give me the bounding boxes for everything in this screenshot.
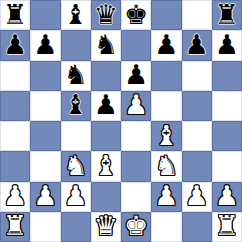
square-h8[interactable]: ♜ — [212, 0, 242, 30]
square-h6[interactable] — [212, 61, 242, 91]
square-d2[interactable] — [91, 182, 121, 212]
square-d8[interactable]: ♛ — [91, 0, 121, 30]
white-bishop: ♝ — [154, 122, 178, 149]
square-g2[interactable]: ♟ — [182, 182, 212, 212]
square-h5[interactable] — [212, 91, 242, 121]
square-a1[interactable]: ♜ — [0, 212, 30, 242]
square-h2[interactable]: ♟ — [212, 182, 242, 212]
square-c4[interactable] — [61, 121, 91, 151]
black-knight: ♞ — [94, 31, 118, 58]
square-a4[interactable] — [0, 121, 30, 151]
white-pawn: ♟ — [215, 182, 239, 209]
square-b5[interactable] — [30, 91, 60, 121]
square-b6[interactable] — [30, 61, 60, 91]
square-b8[interactable] — [30, 0, 60, 30]
square-d7[interactable]: ♞ — [91, 30, 121, 60]
square-b3[interactable] — [30, 151, 60, 181]
square-b2[interactable]: ♟ — [30, 182, 60, 212]
square-h1[interactable]: ♜ — [212, 212, 242, 242]
black-rook: ♜ — [215, 1, 239, 28]
black-pawn: ♟ — [3, 31, 27, 58]
white-pawn: ♟ — [33, 182, 57, 209]
square-b4[interactable] — [30, 121, 60, 151]
square-g7[interactable]: ♟ — [182, 30, 212, 60]
square-e6[interactable]: ♟ — [121, 61, 151, 91]
chess-board: ♜♝♛♚♜♟♟♞♟♟♟♞♟♝♟♟♝♞♝♞♟♟♟♟♟♟♜♛♚♜ — [0, 0, 242, 242]
square-e5[interactable]: ♟ — [121, 91, 151, 121]
square-b7[interactable]: ♟ — [30, 30, 60, 60]
square-f8[interactable] — [151, 0, 181, 30]
square-c2[interactable]: ♟ — [61, 182, 91, 212]
square-h7[interactable]: ♟ — [212, 30, 242, 60]
square-a8[interactable]: ♜ — [0, 0, 30, 30]
square-e2[interactable] — [121, 182, 151, 212]
square-g8[interactable] — [182, 0, 212, 30]
black-queen: ♛ — [94, 1, 118, 28]
square-g4[interactable] — [182, 121, 212, 151]
square-c7[interactable] — [61, 30, 91, 60]
square-d5[interactable]: ♟ — [91, 91, 121, 121]
square-f7[interactable]: ♟ — [151, 30, 181, 60]
white-knight: ♞ — [154, 152, 178, 179]
square-f5[interactable] — [151, 91, 181, 121]
square-a2[interactable]: ♟ — [0, 182, 30, 212]
white-pawn: ♟ — [154, 182, 178, 209]
black-pawn: ♟ — [215, 31, 239, 58]
black-bishop: ♝ — [64, 91, 88, 118]
square-e8[interactable]: ♚ — [121, 0, 151, 30]
white-knight: ♞ — [64, 152, 88, 179]
black-knight: ♞ — [64, 61, 88, 88]
white-rook: ♜ — [3, 212, 27, 239]
square-f3[interactable]: ♞ — [151, 151, 181, 181]
square-h3[interactable] — [212, 151, 242, 181]
square-d3[interactable]: ♝ — [91, 151, 121, 181]
square-c8[interactable]: ♝ — [61, 0, 91, 30]
white-queen: ♛ — [94, 212, 118, 239]
square-d6[interactable] — [91, 61, 121, 91]
black-king: ♚ — [124, 1, 148, 28]
square-g3[interactable] — [182, 151, 212, 181]
square-e4[interactable] — [121, 121, 151, 151]
black-pawn: ♟ — [33, 31, 57, 58]
black-pawn: ♟ — [124, 61, 148, 88]
white-rook: ♜ — [215, 212, 239, 239]
white-pawn: ♟ — [124, 91, 148, 118]
square-g1[interactable] — [182, 212, 212, 242]
square-e7[interactable] — [121, 30, 151, 60]
white-pawn: ♟ — [3, 182, 27, 209]
black-rook: ♜ — [3, 1, 27, 28]
square-e3[interactable] — [121, 151, 151, 181]
white-pawn: ♟ — [64, 182, 88, 209]
square-d1[interactable]: ♛ — [91, 212, 121, 242]
white-pawn: ♟ — [185, 182, 209, 209]
square-c1[interactable] — [61, 212, 91, 242]
square-e1[interactable]: ♚ — [121, 212, 151, 242]
square-a3[interactable] — [0, 151, 30, 181]
white-king: ♚ — [124, 212, 148, 239]
black-bishop: ♝ — [64, 1, 88, 28]
square-f1[interactable] — [151, 212, 181, 242]
square-f6[interactable] — [151, 61, 181, 91]
square-g6[interactable] — [182, 61, 212, 91]
square-c3[interactable]: ♞ — [61, 151, 91, 181]
square-a7[interactable]: ♟ — [0, 30, 30, 60]
square-d4[interactable] — [91, 121, 121, 151]
square-h4[interactable] — [212, 121, 242, 151]
black-pawn: ♟ — [154, 31, 178, 58]
square-f2[interactable]: ♟ — [151, 182, 181, 212]
square-b1[interactable] — [30, 212, 60, 242]
square-f4[interactable]: ♝ — [151, 121, 181, 151]
square-a5[interactable] — [0, 91, 30, 121]
white-bishop: ♝ — [94, 152, 118, 179]
black-pawn: ♟ — [185, 31, 209, 58]
square-c6[interactable]: ♞ — [61, 61, 91, 91]
square-c5[interactable]: ♝ — [61, 91, 91, 121]
square-g5[interactable] — [182, 91, 212, 121]
black-pawn: ♟ — [94, 91, 118, 118]
square-a6[interactable] — [0, 61, 30, 91]
